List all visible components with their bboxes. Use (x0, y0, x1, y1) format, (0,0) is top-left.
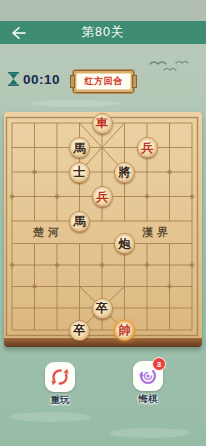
piece-black-horse[interactable]: 馬 (69, 137, 90, 158)
header-bar: 第80关 (0, 21, 206, 44)
piece-red-soldier[interactable]: 兵 (137, 137, 158, 158)
back-arrow-icon (10, 25, 28, 41)
piece-black-soldier[interactable]: 卒 (69, 320, 90, 341)
piece-black-soldier[interactable]: 卒 (92, 298, 113, 319)
mist-decoration (30, 100, 120, 107)
piece-red-general[interactable]: 帥 (114, 320, 135, 341)
replay-button[interactable] (45, 362, 75, 392)
undo-label: 悔棋 (126, 393, 170, 406)
timer: 00:10 (7, 71, 60, 87)
mist-decoration (110, 428, 190, 438)
piece-black-advisor[interactable]: 士 (69, 162, 90, 183)
page-title: 第80关 (82, 24, 125, 41)
undo-count-badge: 3 (152, 357, 166, 371)
turn-badge-text: 红方回合 (85, 75, 123, 88)
board-wooden-edge (4, 338, 202, 347)
mist-decoration (10, 412, 90, 422)
timer-value: 00:10 (23, 72, 60, 87)
piece-black-cannon[interactable]: 炮 (114, 233, 135, 254)
birds-icon (146, 56, 194, 76)
status-bar (0, 0, 206, 21)
turn-badge: 红方回合 (73, 70, 134, 93)
board[interactable]: 楚河 漢界 車馬兵士將兵馬炮卒卒帥 (4, 112, 202, 347)
piece-red-chariot[interactable]: 車 (92, 113, 113, 134)
hourglass-icon (7, 71, 20, 87)
back-button[interactable] (6, 21, 32, 44)
piece-black-horse[interactable]: 馬 (69, 211, 90, 232)
replay-label: 重玩 (38, 394, 82, 407)
piece-black-general[interactable]: 將 (114, 162, 135, 183)
refresh-icon (47, 364, 73, 390)
river-label-right: 漢界 (125, 225, 189, 239)
piece-red-soldier[interactable]: 兵 (92, 186, 113, 207)
app-screen: 第80关 00:10 红方回合 楚河 漢界 車馬兵士將兵馬炮卒卒帥 重玩 (0, 0, 206, 446)
